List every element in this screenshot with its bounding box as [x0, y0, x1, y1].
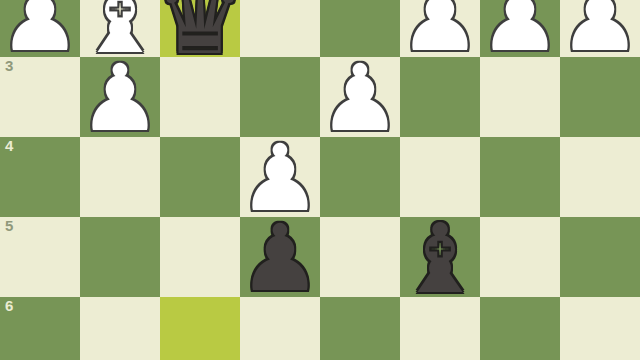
board-viewport: ♟♝♛♟♟♟3♟♟4♟5♟♝6 — [0, 0, 640, 360]
square-a4[interactable] — [560, 137, 640, 217]
rank-label-3: 3 — [5, 58, 13, 73]
square-h2[interactable]: ♟ — [0, 0, 80, 57]
square-a5[interactable] — [560, 217, 640, 297]
square-g6[interactable] — [80, 297, 160, 360]
square-h5[interactable]: 5 — [0, 217, 80, 297]
square-c5[interactable]: ♝ — [400, 217, 480, 297]
square-d6[interactable] — [320, 297, 400, 360]
square-b6[interactable] — [480, 297, 560, 360]
rank-label-5: 5 — [5, 218, 13, 233]
white-pawn[interactable]: ♟ — [0, 0, 81, 65]
white-pawn[interactable]: ♟ — [319, 53, 401, 145]
square-f5[interactable] — [160, 217, 240, 297]
square-f4[interactable] — [160, 137, 240, 217]
square-a6[interactable] — [560, 297, 640, 360]
black-pawn[interactable]: ♟ — [239, 213, 321, 305]
square-d5[interactable] — [320, 217, 400, 297]
square-e2[interactable] — [240, 0, 320, 57]
square-h6[interactable]: 6 — [0, 297, 80, 360]
rank-label-6: 6 — [5, 298, 13, 313]
square-b3[interactable] — [480, 57, 560, 137]
square-e6[interactable] — [240, 297, 320, 360]
square-g4[interactable] — [80, 137, 160, 217]
white-pawn[interactable]: ♟ — [399, 0, 481, 65]
square-h4[interactable]: 4 — [0, 137, 80, 217]
square-d4[interactable] — [320, 137, 400, 217]
square-g3[interactable]: ♟ — [80, 57, 160, 137]
black-bishop[interactable]: ♝ — [397, 211, 483, 307]
square-b5[interactable] — [480, 217, 560, 297]
square-b2[interactable]: ♟ — [480, 0, 560, 57]
white-pawn[interactable]: ♟ — [479, 0, 561, 65]
square-c6[interactable] — [400, 297, 480, 360]
square-c2[interactable]: ♟ — [400, 0, 480, 57]
square-d3[interactable]: ♟ — [320, 57, 400, 137]
square-a3[interactable] — [560, 57, 640, 137]
square-f6[interactable] — [160, 297, 240, 360]
chess-board[interactable]: ♟♝♛♟♟♟3♟♟4♟5♟♝6 — [0, 0, 640, 360]
square-a2[interactable]: ♟ — [560, 0, 640, 57]
white-pawn[interactable]: ♟ — [559, 0, 640, 65]
square-f3[interactable] — [160, 57, 240, 137]
square-e5[interactable]: ♟ — [240, 217, 320, 297]
square-h3[interactable]: 3 — [0, 57, 80, 137]
square-f2[interactable]: ♛ — [160, 0, 240, 57]
rank-label-4: 4 — [5, 138, 13, 153]
white-pawn[interactable]: ♟ — [79, 53, 161, 145]
square-b4[interactable] — [480, 137, 560, 217]
square-g5[interactable] — [80, 217, 160, 297]
square-c3[interactable] — [400, 57, 480, 137]
